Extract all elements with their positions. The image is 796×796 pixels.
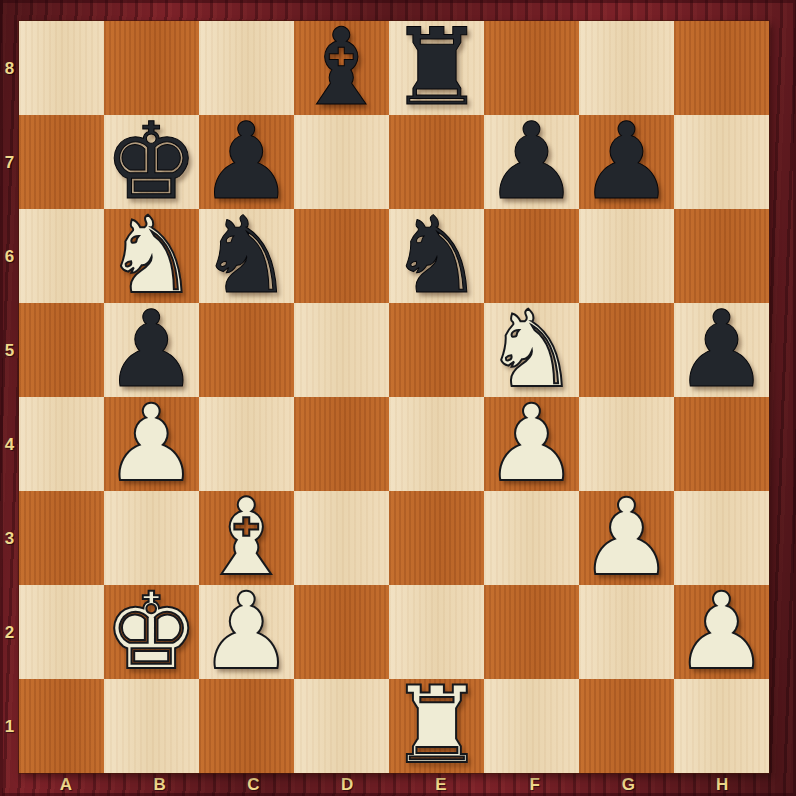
file-label-d: D: [300, 773, 394, 796]
file-label-a: A: [19, 773, 113, 796]
piece-white-pawn[interactable]: ♟: [104, 397, 199, 491]
square-a2[interactable]: [19, 585, 104, 679]
square-e4[interactable]: [389, 397, 484, 491]
square-h5[interactable]: ♟: [674, 303, 769, 397]
rank-label-6: 6: [0, 209, 19, 303]
piece-white-pawn[interactable]: ♟: [579, 491, 674, 585]
piece-white-pawn[interactable]: ♟: [199, 585, 294, 679]
square-h7[interactable]: [674, 115, 769, 209]
square-c1[interactable]: [199, 679, 294, 773]
square-c6[interactable]: ♞: [199, 209, 294, 303]
piece-black-knight[interactable]: ♞: [389, 209, 484, 303]
square-a3[interactable]: [19, 491, 104, 585]
square-g1[interactable]: [579, 679, 674, 773]
square-h4[interactable]: [674, 397, 769, 491]
square-a7[interactable]: [19, 115, 104, 209]
piece-black-bishop[interactable]: ♝: [294, 21, 389, 115]
square-f1[interactable]: [484, 679, 579, 773]
piece-black-pawn[interactable]: ♟: [484, 115, 579, 209]
rank-label-3: 3: [0, 491, 19, 585]
square-e3[interactable]: [389, 491, 484, 585]
square-d1[interactable]: [294, 679, 389, 773]
rank-labels: 87654321: [0, 21, 19, 773]
square-d8[interactable]: ♝: [294, 21, 389, 115]
square-e8[interactable]: ♜: [389, 21, 484, 115]
square-a5[interactable]: [19, 303, 104, 397]
square-a6[interactable]: [19, 209, 104, 303]
square-f2[interactable]: [484, 585, 579, 679]
file-label-b: B: [113, 773, 207, 796]
piece-black-rook[interactable]: ♜: [389, 21, 484, 115]
square-f3[interactable]: [484, 491, 579, 585]
square-d7[interactable]: [294, 115, 389, 209]
file-label-f: F: [488, 773, 582, 796]
square-f7[interactable]: ♟: [484, 115, 579, 209]
square-b4[interactable]: ♟: [104, 397, 199, 491]
square-e5[interactable]: [389, 303, 484, 397]
square-a1[interactable]: [19, 679, 104, 773]
chess-board: ♝♜♚♟♟♟♞♞♞♟♞♟♟♟♝♟♚♟♟♜: [19, 21, 769, 773]
piece-white-rook[interactable]: ♜: [389, 679, 484, 773]
rank-label-4: 4: [0, 397, 19, 491]
rank-label-2: 2: [0, 585, 19, 679]
square-b1[interactable]: [104, 679, 199, 773]
square-d6[interactable]: [294, 209, 389, 303]
square-g2[interactable]: [579, 585, 674, 679]
file-label-h: H: [675, 773, 769, 796]
square-h8[interactable]: [674, 21, 769, 115]
square-e6[interactable]: ♞: [389, 209, 484, 303]
square-g5[interactable]: [579, 303, 674, 397]
rank-label-8: 8: [0, 21, 19, 115]
square-h1[interactable]: [674, 679, 769, 773]
rank-label-7: 7: [0, 115, 19, 209]
square-g7[interactable]: ♟: [579, 115, 674, 209]
square-d3[interactable]: [294, 491, 389, 585]
square-d4[interactable]: [294, 397, 389, 491]
piece-black-pawn[interactable]: ♟: [674, 303, 769, 397]
square-c2[interactable]: ♟: [199, 585, 294, 679]
rank-label-5: 5: [0, 303, 19, 397]
square-a4[interactable]: [19, 397, 104, 491]
square-h2[interactable]: ♟: [674, 585, 769, 679]
piece-white-pawn[interactable]: ♟: [484, 397, 579, 491]
rank-label-1: 1: [0, 679, 19, 773]
square-b2[interactable]: ♚: [104, 585, 199, 679]
square-d5[interactable]: [294, 303, 389, 397]
file-label-g: G: [582, 773, 676, 796]
chess-app: 87654321 ABCDEFGH ♝♜♚♟♟♟♞♞♞♟♞♟♟♟♝♟♚♟♟♜: [0, 0, 796, 796]
square-f4[interactable]: ♟: [484, 397, 579, 491]
square-d2[interactable]: [294, 585, 389, 679]
square-c5[interactable]: [199, 303, 294, 397]
square-g3[interactable]: ♟: [579, 491, 674, 585]
piece-black-knight[interactable]: ♞: [199, 209, 294, 303]
square-e1[interactable]: ♜: [389, 679, 484, 773]
square-g6[interactable]: [579, 209, 674, 303]
piece-white-pawn[interactable]: ♟: [674, 585, 769, 679]
piece-black-pawn[interactable]: ♟: [579, 115, 674, 209]
piece-white-king[interactable]: ♚: [104, 585, 199, 679]
file-label-c: C: [207, 773, 301, 796]
square-a8[interactable]: [19, 21, 104, 115]
